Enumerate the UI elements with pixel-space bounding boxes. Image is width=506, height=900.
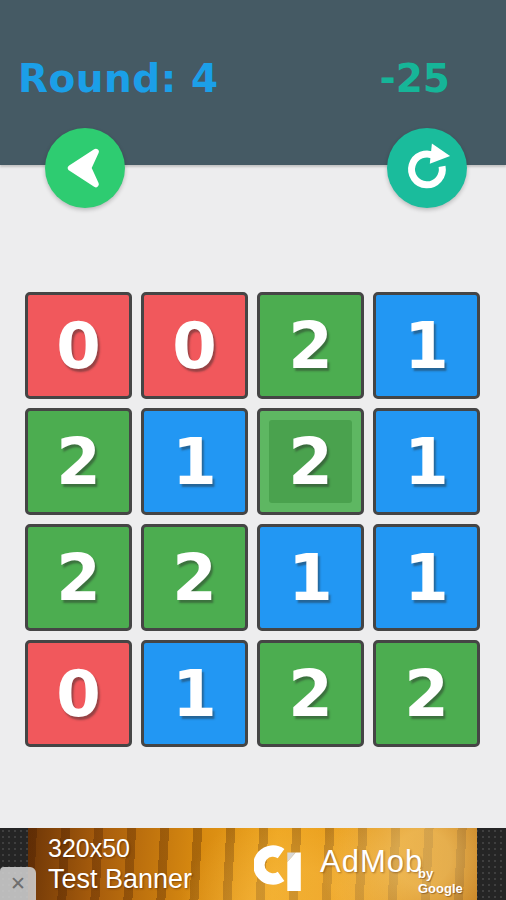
ad-banner: 320x50 Test Banner AdMob by Google ✕ — [0, 828, 506, 900]
tile-number: 1 — [404, 314, 449, 378]
tile-r1c1[interactable]: 0 — [25, 292, 132, 399]
admob-brand: AdMob — [320, 844, 423, 880]
tile-number: 1 — [172, 430, 217, 494]
game-board: 0021212122110122 — [25, 292, 480, 747]
admob-byline: by Google — [418, 866, 477, 896]
close-icon: ✕ — [10, 874, 26, 893]
tile-number: 0 — [56, 662, 101, 726]
back-button[interactable] — [45, 128, 125, 208]
tile-r2c2[interactable]: 1 — [141, 408, 248, 515]
restart-button[interactable] — [387, 128, 467, 208]
score-value: -25 — [380, 56, 450, 101]
tile-number: 2 — [56, 430, 101, 494]
ad-creative[interactable]: 320x50 Test Banner AdMob by Google — [28, 828, 477, 900]
tile-number: 2 — [172, 546, 217, 610]
tile-r1c4[interactable]: 1 — [373, 292, 480, 399]
app-root: Round: 4 -25 0021212122110122 320x50 Tes… — [0, 0, 506, 900]
ad-close-button[interactable]: ✕ — [0, 867, 36, 900]
tile-r2c3[interactable]: 2 — [257, 408, 364, 515]
round-label: Round: 4 — [18, 56, 219, 101]
tile-number: 2 — [288, 662, 333, 726]
tile-r3c1[interactable]: 2 — [25, 524, 132, 631]
tile-number: 0 — [56, 314, 101, 378]
tile-r4c4[interactable]: 2 — [373, 640, 480, 747]
restart-icon — [399, 140, 455, 196]
tile-number: 2 — [404, 662, 449, 726]
tile-r4c1[interactable]: 0 — [25, 640, 132, 747]
ad-title: Test Banner — [48, 864, 192, 895]
tile-number: 1 — [172, 662, 217, 726]
tile-number: 2 — [288, 314, 333, 378]
tile-number: 1 — [404, 430, 449, 494]
tile-r4c3[interactable]: 2 — [257, 640, 364, 747]
tile-r2c4[interactable]: 1 — [373, 408, 480, 515]
tile-number: 2 — [56, 546, 101, 610]
tile-number: 0 — [172, 314, 217, 378]
ad-size-label: 320x50 — [48, 834, 130, 863]
tile-r1c3[interactable]: 2 — [257, 292, 364, 399]
tile-number: 2 — [288, 430, 333, 494]
tile-r2c1[interactable]: 2 — [25, 408, 132, 515]
tile-number: 1 — [404, 546, 449, 610]
tile-r3c2[interactable]: 2 — [141, 524, 248, 631]
tile-r1c2[interactable]: 0 — [141, 292, 248, 399]
tile-r3c3[interactable]: 1 — [257, 524, 364, 631]
tile-r4c2[interactable]: 1 — [141, 640, 248, 747]
tile-r3c4[interactable]: 1 — [373, 524, 480, 631]
admob-logo-icon — [254, 838, 304, 896]
tile-number: 1 — [288, 546, 333, 610]
back-arrow-icon — [58, 141, 112, 195]
